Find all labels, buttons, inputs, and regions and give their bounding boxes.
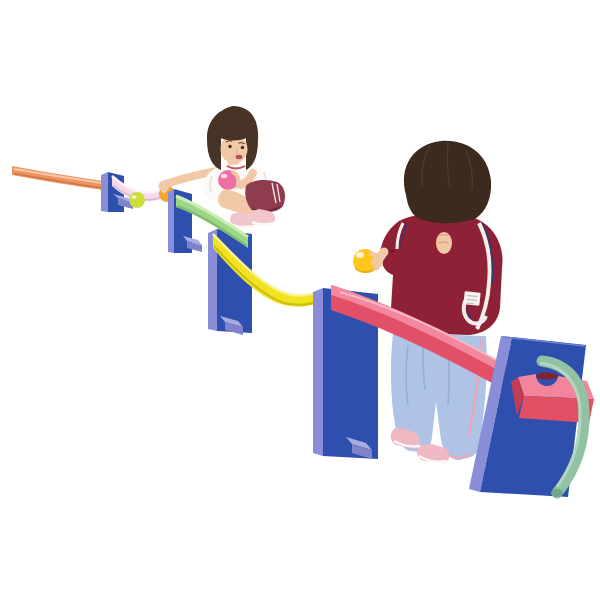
ball-yellow-green-body bbox=[129, 192, 145, 208]
girl-mouth bbox=[236, 155, 243, 159]
hose-end-cap bbox=[551, 489, 563, 497]
ball-yellow-highlight bbox=[356, 252, 364, 258]
post2-edge bbox=[168, 189, 174, 253]
post1-edge bbox=[101, 172, 108, 212]
post4-edge bbox=[313, 288, 323, 456]
ball-yellow-green-highlight bbox=[131, 195, 136, 199]
girl-bangs bbox=[220, 132, 247, 141]
girl-left-eye bbox=[228, 145, 231, 148]
ball-pink-highlight bbox=[221, 174, 227, 178]
ball-yellow-green bbox=[129, 192, 145, 208]
toddler-tag bbox=[463, 291, 480, 306]
girl-right-eye bbox=[241, 146, 244, 149]
scene-photo bbox=[0, 0, 600, 600]
girl-right-hand bbox=[159, 181, 170, 192]
bracket-notch bbox=[536, 372, 558, 379]
